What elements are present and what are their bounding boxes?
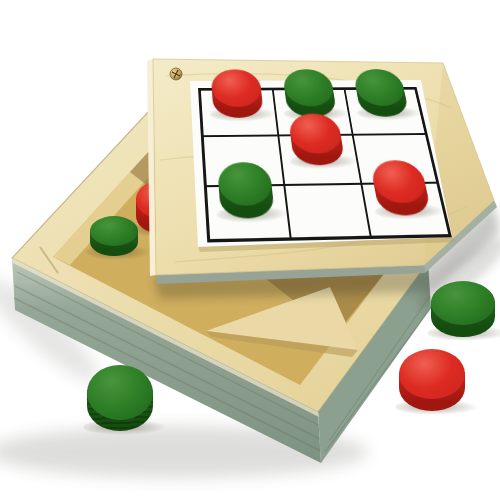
piece-top [87,365,153,420]
piece-red-table-right[interactable] [399,349,465,411]
piece-green-table-bottom-left[interactable] [87,365,153,431]
scene [0,0,500,500]
piece-green-table-right[interactable] [431,281,495,337]
piece-top [399,349,465,399]
piece-top [431,281,495,325]
loose-pieces [0,0,500,500]
